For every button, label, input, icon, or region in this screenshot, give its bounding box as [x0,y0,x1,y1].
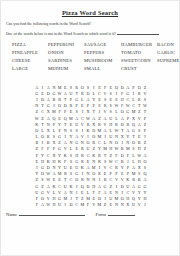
instruction-text-1: Can you find the following words in the … [6,22,91,26]
word-list-item: SAUSAGE [84,42,121,50]
instruction-line-1: Can you find the following words in the … [6,22,91,26]
page-title: Pizza Word Search [1,9,179,16]
word-list-item: MEDIUM [48,66,84,74]
instruction-line-2: One of the words below is not in the Wor… [6,30,159,36]
word-list-item: SUPREME [157,58,180,66]
word-list-item: PINEAPPLE [12,50,48,58]
name-blank-field[interactable] [19,211,85,216]
word-list-item: SWEETCORN [121,58,157,66]
word-list-item: BACON [157,42,180,50]
word-list-item: GARLIC [157,50,180,58]
answer-blank-field[interactable] [117,30,159,35]
word-list-item: PEPPERONI [48,42,84,50]
word-list-item: ONION [48,50,84,58]
word-list-item: PEPPERS [84,50,121,58]
form-blank-field[interactable] [108,211,135,216]
word-list-item: TOMATO [121,50,157,58]
word-list-item: HAMBURGER [121,42,157,50]
worksheet-page: Pizza Word Search Can you find the follo… [0,0,180,256]
footer: NameForm [6,211,135,217]
grid-cell: J [142,202,148,208]
word-list-item: CRUST [121,66,157,74]
name-label: Name [6,212,17,217]
word-list-item: MUSHROOM [84,58,121,66]
form-label: Form [95,212,105,217]
word-list-item: PIZZA [12,42,48,50]
instruction-text-2: One of the words below is not in the Wor… [6,32,116,36]
word-list: PIZZAPEPPERONISAUSAGEHAMBURGERBACONPINEA… [12,42,174,74]
word-list-item: CHEESE [12,58,48,66]
word-search-grid: AIANMESROSIEFEQDAPOZGEDGWAUTRDLCVSIFGIRV… [34,84,148,208]
word-list-item: SMALL [84,66,121,74]
word-list-item: SARDINES [48,58,84,66]
word-list-item: LARGE [12,66,48,74]
